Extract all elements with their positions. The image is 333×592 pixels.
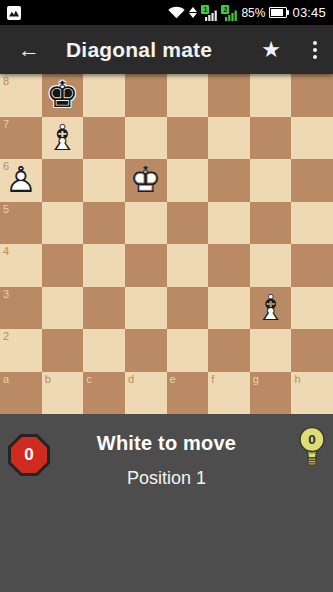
screen: 1 2 85% 03:45 ← Diagonal mate ★ <box>0 0 333 592</box>
square-b2[interactable] <box>42 329 84 372</box>
square-e7[interactable] <box>167 117 209 160</box>
square-d2[interactable] <box>125 329 167 372</box>
square-d3[interactable] <box>125 287 167 330</box>
square-g7[interactable] <box>250 117 292 160</box>
square-c2[interactable] <box>83 329 125 372</box>
status-bar: 1 2 85% 03:45 <box>0 0 333 25</box>
white-bishop[interactable]: ♝♗ <box>250 287 292 330</box>
coord-label-4: 4 <box>3 245 9 257</box>
mistakes-count: 0 <box>11 437 47 473</box>
coord-label-b: b <box>45 373 51 385</box>
square-e8[interactable] <box>167 74 209 117</box>
square-b6[interactable] <box>42 159 84 202</box>
square-g4[interactable] <box>250 244 292 287</box>
position-label: Position 1 <box>0 468 333 489</box>
network-activity-icon <box>189 7 197 18</box>
coord-label-3: 3 <box>3 288 9 300</box>
square-h4[interactable] <box>291 244 333 287</box>
sim1-badge: 1 <box>201 5 209 14</box>
square-e1[interactable]: e <box>167 372 209 415</box>
page-title: Diagonal mate <box>66 38 212 62</box>
puzzle-info-panel: 0 White to move Position 1 0 hint <box>0 414 333 592</box>
square-d5[interactable] <box>125 202 167 245</box>
battery-fill <box>271 9 282 16</box>
sim2-badge: 2 <box>221 5 229 14</box>
square-g6[interactable] <box>250 159 292 202</box>
coord-label-7: 7 <box>3 118 9 130</box>
square-a6[interactable]: 6♟♙ <box>0 159 42 202</box>
gallery-notification-icon <box>7 6 21 20</box>
favorite-star-button[interactable]: ★ <box>261 39 281 61</box>
square-f1[interactable]: f <box>208 372 250 415</box>
coord-label-h: h <box>294 373 300 385</box>
square-e3[interactable] <box>167 287 209 330</box>
back-button[interactable]: ← <box>18 39 40 61</box>
square-g5[interactable] <box>250 202 292 245</box>
square-h3[interactable] <box>291 287 333 330</box>
coord-label-5: 5 <box>3 203 9 215</box>
white-pawn[interactable]: ♟♙ <box>0 159 42 202</box>
square-e4[interactable] <box>167 244 209 287</box>
square-a8[interactable]: 8 <box>0 74 42 117</box>
square-d1[interactable]: d <box>125 372 167 415</box>
notification-area <box>7 6 21 20</box>
square-h8[interactable] <box>291 74 333 117</box>
square-c4[interactable] <box>83 244 125 287</box>
white-bishop[interactable]: ♝♗ <box>42 117 84 160</box>
square-c8[interactable] <box>83 74 125 117</box>
coord-label-a: a <box>3 373 9 385</box>
square-f7[interactable] <box>208 117 250 160</box>
square-f8[interactable] <box>208 74 250 117</box>
square-c7[interactable] <box>83 117 125 160</box>
square-g1[interactable]: g <box>250 372 292 415</box>
wifi-icon <box>168 6 185 19</box>
square-a3[interactable]: 3 <box>0 287 42 330</box>
battery-icon <box>269 7 287 18</box>
square-f3[interactable] <box>208 287 250 330</box>
status-time: 03:45 <box>292 5 326 20</box>
square-a5[interactable]: 5 <box>0 202 42 245</box>
square-b5[interactable] <box>42 202 84 245</box>
square-b7[interactable]: ♝♗ <box>42 117 84 160</box>
square-c3[interactable] <box>83 287 125 330</box>
square-h5[interactable] <box>291 202 333 245</box>
square-f5[interactable] <box>208 202 250 245</box>
coord-label-c: c <box>86 373 92 385</box>
hint-count: 0 <box>308 432 316 447</box>
battery-percent: 85% <box>241 6 265 20</box>
square-b8[interactable]: ♚ <box>42 74 84 117</box>
square-h1[interactable]: h <box>291 372 333 415</box>
hint-label: hint <box>308 449 317 455</box>
square-f2[interactable] <box>208 329 250 372</box>
square-c1[interactable]: c <box>83 372 125 415</box>
white-king[interactable]: ♚♔ <box>125 159 167 202</box>
app-bar-actions: ★ <box>261 39 319 61</box>
square-g2[interactable] <box>250 329 292 372</box>
square-h7[interactable] <box>291 117 333 160</box>
square-d4[interactable] <box>125 244 167 287</box>
status-icons: 1 2 85% 03:45 <box>168 5 326 21</box>
sim1-signal-icon: 1 <box>201 5 217 21</box>
coord-label-g: g <box>253 373 259 385</box>
square-e6[interactable] <box>167 159 209 202</box>
square-a4[interactable]: 4 <box>0 244 42 287</box>
sim2-signal-icon: 2 <box>221 5 237 21</box>
square-c5[interactable] <box>83 202 125 245</box>
black-king[interactable]: ♚ <box>42 74 84 117</box>
square-c6[interactable] <box>83 159 125 202</box>
square-a1[interactable]: a <box>0 372 42 415</box>
square-a2[interactable]: 2 <box>0 329 42 372</box>
square-d8[interactable] <box>125 74 167 117</box>
square-h6[interactable] <box>291 159 333 202</box>
coord-label-d: d <box>128 373 134 385</box>
square-g8[interactable] <box>250 74 292 117</box>
coord-label-8: 8 <box>3 75 9 87</box>
square-e5[interactable] <box>167 202 209 245</box>
square-a7[interactable]: 7 <box>0 117 42 160</box>
square-b3[interactable] <box>42 287 84 330</box>
square-e2[interactable] <box>167 329 209 372</box>
square-f4[interactable] <box>208 244 250 287</box>
square-d7[interactable] <box>125 117 167 160</box>
square-b1[interactable]: b <box>42 372 84 415</box>
square-f6[interactable] <box>208 159 250 202</box>
coord-label-f: f <box>211 373 214 385</box>
lightbulb-icon: 0 hint <box>298 426 326 473</box>
overflow-menu-button[interactable] <box>311 39 319 61</box>
square-b4[interactable] <box>42 244 84 287</box>
coord-label-e: e <box>170 373 176 385</box>
coord-label-2: 2 <box>3 330 9 342</box>
square-g3[interactable]: ♝♗ <box>250 287 292 330</box>
square-d6[interactable]: ♚♔ <box>125 159 167 202</box>
square-h2[interactable] <box>291 329 333 372</box>
chess-board: 8♚7♝♗6♟♙♚♔543♝♗2abcdefgh <box>0 74 333 414</box>
app-bar: ← Diagonal mate ★ <box>0 25 333 74</box>
hint-button[interactable]: 0 hint <box>298 426 326 477</box>
